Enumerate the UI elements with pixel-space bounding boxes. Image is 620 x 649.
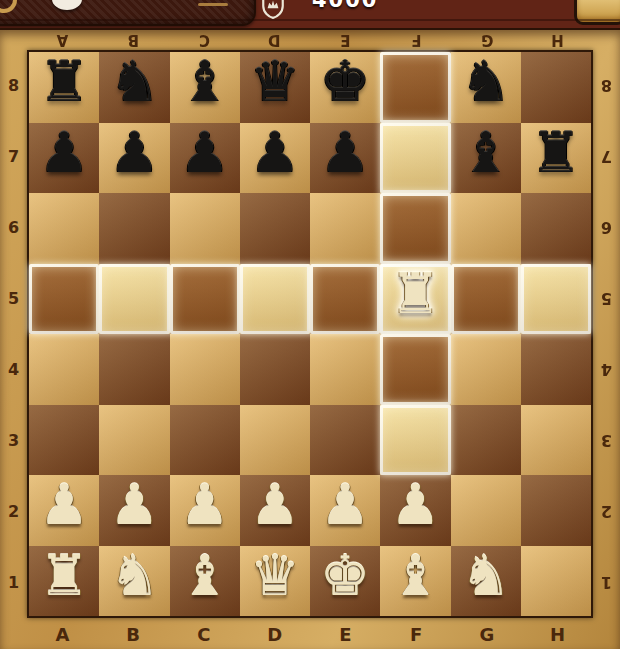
square-h2[interactable] xyxy=(521,475,591,546)
square-a7[interactable]: ♟ xyxy=(29,123,99,194)
white-pawn[interactable]: ♟ xyxy=(180,477,230,533)
square-e4[interactable] xyxy=(310,334,380,405)
black-pawn[interactable]: ♟ xyxy=(180,125,230,181)
square-f7[interactable] xyxy=(380,123,450,194)
square-h8[interactable] xyxy=(521,52,591,123)
square-g8[interactable]: ♞ xyxy=(451,52,521,123)
white-rook[interactable]: ♜ xyxy=(390,266,440,322)
square-d7[interactable]: ♟ xyxy=(240,123,310,194)
square-h1[interactable] xyxy=(521,546,591,617)
square-g2[interactable] xyxy=(451,475,521,546)
black-rook[interactable]: ♜ xyxy=(531,125,581,181)
square-f8[interactable] xyxy=(380,52,450,123)
file-label-a: A xyxy=(27,30,98,50)
rank-label-7: 7 xyxy=(0,121,27,192)
black-rook[interactable]: ♜ xyxy=(39,54,89,110)
file-label-g: G xyxy=(452,618,523,649)
square-h3[interactable] xyxy=(521,405,591,476)
file-labels-top: ABCDEFGH xyxy=(27,30,593,50)
white-pawn[interactable]: ♟ xyxy=(39,477,89,533)
square-d8[interactable]: ♛ xyxy=(240,52,310,123)
square-e7[interactable]: ♟ xyxy=(310,123,380,194)
file-label-d: D xyxy=(239,30,310,50)
white-rook[interactable]: ♜ xyxy=(39,548,89,604)
square-g7[interactable]: ♝ xyxy=(451,123,521,194)
square-h4[interactable] xyxy=(521,334,591,405)
square-c4[interactable] xyxy=(170,334,240,405)
square-d6[interactable] xyxy=(240,193,310,264)
rank-label-4: 4 xyxy=(0,334,27,405)
rating-value: 4000 xyxy=(312,0,378,12)
black-knight[interactable]: ♞ xyxy=(461,54,511,110)
rank-label-2: 2 xyxy=(0,476,27,547)
white-bishop[interactable]: ♝ xyxy=(390,548,440,604)
file-label-f: F xyxy=(381,618,452,649)
square-c6[interactable] xyxy=(170,193,240,264)
white-king[interactable]: ♚ xyxy=(320,548,370,604)
black-bishop[interactable]: ♝ xyxy=(180,54,230,110)
black-king[interactable]: ♚ xyxy=(320,54,370,110)
square-e3[interactable] xyxy=(310,405,380,476)
square-a3[interactable] xyxy=(29,405,99,476)
black-queen[interactable]: ♛ xyxy=(250,54,300,110)
rank-labels-left: 87654321 xyxy=(0,50,27,618)
rank-label-8: 8 xyxy=(593,50,620,121)
square-f6[interactable] xyxy=(380,193,450,264)
black-bishop[interactable]: ♝ xyxy=(461,125,511,181)
square-a2[interactable]: ♟ xyxy=(29,475,99,546)
square-h6[interactable] xyxy=(521,193,591,264)
square-f4[interactable] xyxy=(380,334,450,405)
square-a4[interactable] xyxy=(29,334,99,405)
square-d5[interactable] xyxy=(240,264,310,335)
rank-label-6: 6 xyxy=(0,192,27,263)
square-g6[interactable] xyxy=(451,193,521,264)
square-d4[interactable] xyxy=(240,334,310,405)
white-knight[interactable]: ♞ xyxy=(461,548,511,604)
square-h5[interactable] xyxy=(521,264,591,335)
file-label-b: B xyxy=(98,618,169,649)
rank-label-1: 1 xyxy=(0,547,27,618)
square-e6[interactable] xyxy=(310,193,380,264)
square-g5[interactable] xyxy=(451,264,521,335)
square-g3[interactable] xyxy=(451,405,521,476)
white-pawn[interactable]: ♟ xyxy=(250,477,300,533)
menu-button[interactable] xyxy=(574,0,620,25)
rank-label-4: 4 xyxy=(593,334,620,405)
square-h7[interactable]: ♜ xyxy=(521,123,591,194)
square-d1[interactable]: ♛ xyxy=(240,546,310,617)
rank-label-7: 7 xyxy=(593,121,620,192)
square-b3[interactable] xyxy=(99,405,169,476)
square-g4[interactable] xyxy=(451,334,521,405)
chess-board: ♜♞♝♛♚♞♟♟♟♟♟♝♜♜♟♟♟♟♟♟♜♞♝♛♚♝♞ xyxy=(27,50,593,618)
white-bishop[interactable]: ♝ xyxy=(180,548,230,604)
square-b8[interactable]: ♞ xyxy=(99,52,169,123)
square-a8[interactable]: ♜ xyxy=(29,52,99,123)
square-e2[interactable]: ♟ xyxy=(310,475,380,546)
rank-label-2: 2 xyxy=(593,476,620,547)
file-labels-bottom: ABCDEFGH xyxy=(27,618,593,649)
square-a5[interactable] xyxy=(29,264,99,335)
file-label-g: G xyxy=(452,30,523,50)
file-label-h: H xyxy=(522,618,593,649)
square-d3[interactable] xyxy=(240,405,310,476)
rank-label-5: 5 xyxy=(593,263,620,334)
crown-shield-badge-icon xyxy=(260,0,286,19)
top-bar: 4000 xyxy=(0,0,620,28)
board-frame: ABCDEFGH 87654321 87654321 ABCDEFGH ♜♞♝♛… xyxy=(0,28,620,649)
square-a1[interactable]: ♜ xyxy=(29,546,99,617)
file-label-e: E xyxy=(310,618,381,649)
square-b2[interactable]: ♟ xyxy=(99,475,169,546)
square-f3[interactable] xyxy=(380,405,450,476)
square-e5[interactable] xyxy=(310,264,380,335)
rank-label-3: 3 xyxy=(593,405,620,476)
white-queen[interactable]: ♛ xyxy=(250,548,300,604)
square-e8[interactable]: ♚ xyxy=(310,52,380,123)
square-c1[interactable]: ♝ xyxy=(170,546,240,617)
file-label-a: A xyxy=(27,618,98,649)
square-g1[interactable]: ♞ xyxy=(451,546,521,617)
square-f5[interactable]: ♜ xyxy=(380,264,450,335)
square-b7[interactable]: ♟ xyxy=(99,123,169,194)
file-label-c: C xyxy=(169,30,240,50)
file-label-f: F xyxy=(381,30,452,50)
square-f2[interactable]: ♟ xyxy=(380,475,450,546)
square-b1[interactable]: ♞ xyxy=(99,546,169,617)
square-b5[interactable] xyxy=(99,264,169,335)
black-pawn[interactable]: ♟ xyxy=(250,125,300,181)
file-label-d: D xyxy=(239,618,310,649)
file-label-h: H xyxy=(522,30,593,50)
file-label-e: E xyxy=(310,30,381,50)
square-c3[interactable] xyxy=(170,405,240,476)
black-pawn[interactable]: ♟ xyxy=(109,125,159,181)
black-pawn[interactable]: ♟ xyxy=(39,125,89,181)
square-f1[interactable]: ♝ xyxy=(380,546,450,617)
menu-lines-icon xyxy=(198,3,228,6)
rank-label-1: 1 xyxy=(593,547,620,618)
square-c2[interactable]: ♟ xyxy=(170,475,240,546)
file-label-b: B xyxy=(98,30,169,50)
rank-labels-right: 87654321 xyxy=(593,50,620,618)
square-c5[interactable] xyxy=(170,264,240,335)
square-d2[interactable]: ♟ xyxy=(240,475,310,546)
rank-label-5: 5 xyxy=(0,263,27,334)
rank-label-3: 3 xyxy=(0,405,27,476)
square-c8[interactable]: ♝ xyxy=(170,52,240,123)
black-knight[interactable]: ♞ xyxy=(109,54,159,110)
white-pawn[interactable]: ♟ xyxy=(109,477,159,533)
square-b6[interactable] xyxy=(99,193,169,264)
rank-label-8: 8 xyxy=(0,50,27,121)
square-e1[interactable]: ♚ xyxy=(310,546,380,617)
white-pawn[interactable]: ♟ xyxy=(320,477,370,533)
file-label-c: C xyxy=(169,618,240,649)
rank-label-6: 6 xyxy=(593,192,620,263)
white-pawn[interactable]: ♟ xyxy=(390,477,440,533)
white-knight[interactable]: ♞ xyxy=(109,548,159,604)
square-a6[interactable] xyxy=(29,193,99,264)
black-pawn[interactable]: ♟ xyxy=(320,125,370,181)
square-b4[interactable] xyxy=(99,334,169,405)
square-c7[interactable]: ♟ xyxy=(170,123,240,194)
